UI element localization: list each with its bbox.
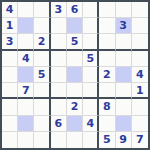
cell-r4c1[interactable] <box>2 51 18 67</box>
cell-r8c9[interactable] <box>132 116 148 132</box>
cell-r8c4[interactable]: 6 <box>51 116 67 132</box>
cell-r2c3[interactable] <box>34 18 50 34</box>
given-digit: 4 <box>6 4 14 15</box>
cell-r5c8[interactable] <box>116 67 132 83</box>
cell-r5c5[interactable] <box>67 67 83 83</box>
cell-r7c7[interactable]: 8 <box>99 99 115 115</box>
cell-r1c6[interactable] <box>83 2 99 18</box>
given-digit: 7 <box>136 134 144 145</box>
cell-r3c1[interactable]: 3 <box>2 34 18 50</box>
cell-r8c1[interactable] <box>2 116 18 132</box>
given-digit: 4 <box>86 118 94 129</box>
cell-r7c9[interactable] <box>132 99 148 115</box>
cell-r8c5[interactable] <box>67 116 83 132</box>
cell-r3c9[interactable] <box>132 34 148 50</box>
cell-r4c8[interactable] <box>116 51 132 67</box>
cell-r4c9[interactable] <box>132 51 148 67</box>
cell-r2c6[interactable] <box>83 18 99 34</box>
given-digit: 4 <box>22 53 30 64</box>
cell-r2c5[interactable] <box>67 18 83 34</box>
cell-r8c3[interactable] <box>34 116 50 132</box>
given-digit: 5 <box>86 53 94 64</box>
cell-r4c4[interactable] <box>51 51 67 67</box>
cell-r2c8[interactable]: 3 <box>116 18 132 34</box>
cell-r6c5[interactable] <box>67 83 83 99</box>
cell-r2c4[interactable] <box>51 18 67 34</box>
cell-r1c8[interactable] <box>116 2 132 18</box>
given-digit: 5 <box>103 134 111 145</box>
cell-r6c3[interactable] <box>34 83 50 99</box>
cell-r7c4[interactable] <box>51 99 67 115</box>
given-digit: 3 <box>54 4 62 15</box>
cell-r3c3[interactable]: 2 <box>34 34 50 50</box>
cell-r3c5[interactable]: 5 <box>67 34 83 50</box>
given-digit: 2 <box>103 69 111 80</box>
cell-r6c2[interactable]: 7 <box>18 83 34 99</box>
cell-r7c6[interactable] <box>83 99 99 115</box>
given-digit: 5 <box>71 36 79 47</box>
cell-r2c2[interactable] <box>18 18 34 34</box>
cell-r6c6[interactable] <box>83 83 99 99</box>
cell-r8c2[interactable] <box>18 116 34 132</box>
cell-r9c7[interactable]: 5 <box>99 132 115 148</box>
given-digit: 1 <box>136 85 144 96</box>
cell-r5c3[interactable]: 5 <box>34 67 50 83</box>
cell-r7c1[interactable] <box>2 99 18 115</box>
cell-r5c7[interactable]: 2 <box>99 67 115 83</box>
cell-r9c9[interactable]: 7 <box>132 132 148 148</box>
cell-r7c5[interactable]: 2 <box>67 99 83 115</box>
cell-r8c8[interactable] <box>116 116 132 132</box>
given-digit: 6 <box>71 4 79 15</box>
given-digit: 3 <box>119 20 127 31</box>
cell-r8c7[interactable] <box>99 116 115 132</box>
cell-r9c6[interactable] <box>83 132 99 148</box>
cell-r9c3[interactable] <box>34 132 50 148</box>
given-digit: 9 <box>119 134 127 145</box>
cell-r1c2[interactable] <box>18 2 34 18</box>
cell-r9c4[interactable] <box>51 132 67 148</box>
sudoku-board: 4361332545524712864597 <box>0 0 150 150</box>
cell-r2c7[interactable] <box>99 18 115 34</box>
given-digit: 4 <box>136 69 144 80</box>
cell-r1c3[interactable] <box>34 2 50 18</box>
cell-r5c6[interactable] <box>83 67 99 83</box>
cell-r4c3[interactable] <box>34 51 50 67</box>
cell-r8c6[interactable]: 4 <box>83 116 99 132</box>
cell-r1c7[interactable] <box>99 2 115 18</box>
cell-r4c7[interactable] <box>99 51 115 67</box>
cell-r7c2[interactable] <box>18 99 34 115</box>
cell-r2c1[interactable]: 1 <box>2 18 18 34</box>
given-digit: 8 <box>103 101 111 112</box>
given-digit: 1 <box>6 20 14 31</box>
cell-r9c8[interactable]: 9 <box>116 132 132 148</box>
cell-r1c1[interactable]: 4 <box>2 2 18 18</box>
cell-r1c4[interactable]: 3 <box>51 2 67 18</box>
cell-r6c9[interactable]: 1 <box>132 83 148 99</box>
given-digit: 6 <box>54 118 62 129</box>
cell-r6c8[interactable] <box>116 83 132 99</box>
given-digit: 2 <box>71 101 79 112</box>
given-digit: 2 <box>38 36 46 47</box>
given-digit: 3 <box>6 36 14 47</box>
cell-r9c2[interactable] <box>18 132 34 148</box>
cell-r3c6[interactable] <box>83 34 99 50</box>
cell-r1c9[interactable] <box>132 2 148 18</box>
cell-r3c2[interactable] <box>18 34 34 50</box>
cell-r5c4[interactable] <box>51 67 67 83</box>
cell-r1c5[interactable]: 6 <box>67 2 83 18</box>
cell-r5c2[interactable] <box>18 67 34 83</box>
cell-r9c1[interactable] <box>2 132 18 148</box>
cell-r9c5[interactable] <box>67 132 83 148</box>
cell-r4c2[interactable]: 4 <box>18 51 34 67</box>
cell-r2c9[interactable] <box>132 18 148 34</box>
cell-r3c4[interactable] <box>51 34 67 50</box>
cell-r5c9[interactable]: 4 <box>132 67 148 83</box>
cell-r6c7[interactable] <box>99 83 115 99</box>
cell-r7c3[interactable] <box>34 99 50 115</box>
cell-r4c5[interactable] <box>67 51 83 67</box>
cell-r5c1[interactable] <box>2 67 18 83</box>
cell-r7c8[interactable] <box>116 99 132 115</box>
cell-r3c8[interactable] <box>116 34 132 50</box>
cell-r6c4[interactable] <box>51 83 67 99</box>
given-digit: 5 <box>38 69 46 80</box>
given-digit: 7 <box>22 85 30 96</box>
cell-r3c7[interactable] <box>99 34 115 50</box>
cell-r4c6[interactable]: 5 <box>83 51 99 67</box>
cell-r6c1[interactable] <box>2 83 18 99</box>
